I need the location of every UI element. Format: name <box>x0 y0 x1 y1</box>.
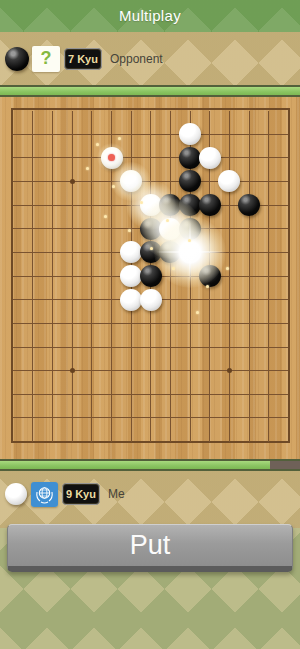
star-point <box>70 368 75 373</box>
grid-line-horizontal <box>13 323 288 324</box>
opponent-timer-bar <box>0 85 300 97</box>
grid-line-vertical <box>249 111 250 442</box>
my-timer-fill <box>0 461 270 469</box>
grid-line-vertical <box>268 111 269 442</box>
black-stone <box>199 265 221 287</box>
black-stone <box>179 147 201 169</box>
black-stone <box>179 218 201 240</box>
app-screen: Multiplay ? 7 Kyu Opponent <box>0 0 300 649</box>
header: Multiplay <box>0 0 300 32</box>
my-stone-icon <box>5 483 27 505</box>
grid-line-horizontal <box>13 370 288 371</box>
grid-line-vertical <box>229 111 230 442</box>
opponent-bar: ? 7 Kyu Opponent <box>0 32 300 85</box>
black-stone <box>238 194 260 216</box>
white-stone <box>199 147 221 169</box>
grid-line-horizontal <box>13 417 288 418</box>
opponent-avatar: ? <box>32 46 60 72</box>
grid-line-vertical <box>170 111 171 442</box>
opponent-label: Opponent <box>110 52 163 66</box>
me-bar: 9 Kyu Me <box>0 471 300 528</box>
white-stone <box>120 289 142 311</box>
opponent-stone-icon <box>5 47 29 71</box>
star-point <box>70 179 75 184</box>
opponent-rank-badge: 7 Kyu <box>64 48 102 70</box>
opponent-timer-fill <box>0 87 300 95</box>
black-stone <box>199 194 221 216</box>
gomoku-board[interactable] <box>0 97 300 459</box>
my-rank-badge: 9 Kyu <box>62 483 100 505</box>
question-mark-icon: ? <box>41 48 52 69</box>
grid-line-horizontal <box>13 347 288 348</box>
me-label: Me <box>108 487 125 501</box>
my-timer-bar <box>0 459 300 471</box>
put-button[interactable]: Put <box>7 524 293 572</box>
black-stone <box>140 265 162 287</box>
un-flag-icon <box>31 482 58 507</box>
page-title: Multiplay <box>0 7 300 24</box>
white-stone <box>140 289 162 311</box>
grid-line-horizontal <box>13 394 288 395</box>
